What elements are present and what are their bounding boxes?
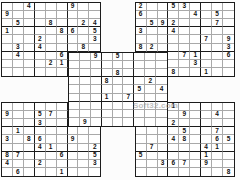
cell-r1c18[interactable]: [190, 3, 201, 11]
cell-r14c19[interactable]: [201, 111, 212, 119]
cell-r5c17[interactable]: [179, 35, 190, 43]
cell-r14c13[interactable]: [134, 110, 145, 118]
cell-r3c8[interactable]: 2: [78, 19, 89, 27]
cell-r13c18[interactable]: [190, 103, 201, 111]
cell-r9c2[interactable]: [13, 68, 24, 76]
cell-r1c2[interactable]: [13, 3, 24, 11]
cell-r2c4[interactable]: [35, 11, 46, 19]
cell-r5c7[interactable]: [68, 35, 79, 43]
cell-r11c10[interactable]: [102, 85, 113, 93]
cell-r14c5[interactable]: 7: [46, 111, 57, 119]
cell-r11c11[interactable]: [113, 85, 124, 93]
cell-r8c7[interactable]: [69, 61, 80, 69]
cell-r17c6[interactable]: [57, 135, 68, 143]
cell-r3c16[interactable]: 2: [168, 19, 179, 27]
cell-r13c6[interactable]: [57, 103, 68, 111]
cell-r20c7[interactable]: [68, 160, 79, 168]
cell-r19c6[interactable]: 6: [57, 152, 68, 160]
cell-r7c21[interactable]: 6: [223, 52, 234, 60]
cell-r17c7[interactable]: 9: [68, 135, 79, 143]
cell-r19c16[interactable]: [168, 152, 179, 160]
cell-r1c6[interactable]: [57, 3, 68, 11]
cell-r19c2[interactable]: 7: [13, 152, 24, 160]
cell-r18c15[interactable]: [158, 144, 169, 152]
cell-r8c6[interactable]: 1: [57, 60, 68, 68]
cell-r19c13[interactable]: 5: [136, 152, 147, 160]
cell-r1c9[interactable]: [89, 3, 100, 11]
cell-r9c3[interactable]: [24, 68, 35, 76]
cell-r5c5[interactable]: [46, 35, 57, 43]
cell-r2c2[interactable]: [13, 11, 24, 19]
cell-r12c11[interactable]: [113, 94, 124, 102]
cell-r2c20[interactable]: 5: [212, 11, 223, 19]
cell-r20c5[interactable]: [46, 160, 57, 168]
cell-r15c1[interactable]: [2, 119, 13, 127]
cell-r5c4[interactable]: 2: [35, 35, 46, 43]
cell-r19c15[interactable]: [158, 152, 169, 160]
cell-r13c13[interactable]: [134, 102, 145, 110]
cell-r8c21[interactable]: [223, 60, 234, 68]
cell-r6c3[interactable]: [24, 44, 35, 52]
cell-r15c19[interactable]: [201, 119, 212, 127]
cell-r7c8[interactable]: [80, 53, 91, 61]
cell-r14c14[interactable]: [145, 110, 156, 118]
cell-r5c15[interactable]: [158, 35, 169, 43]
cell-r12c13[interactable]: [134, 94, 145, 102]
cell-r17c16[interactable]: 4: [168, 135, 179, 143]
cell-r8c13[interactable]: [134, 61, 145, 69]
cell-r13c14[interactable]: [145, 102, 156, 110]
cell-r17c2[interactable]: [13, 135, 24, 143]
cell-r2c3[interactable]: [24, 11, 35, 19]
cell-r13c21[interactable]: [223, 103, 234, 111]
cell-r7c9[interactable]: 9: [91, 53, 102, 61]
cell-r5c20[interactable]: [212, 35, 223, 43]
cell-r14c16[interactable]: [168, 111, 179, 119]
cell-r2c21[interactable]: [223, 11, 234, 19]
cell-r13c19[interactable]: [201, 103, 212, 111]
cell-r6c6[interactable]: [57, 44, 68, 52]
cell-r20c1[interactable]: 4: [2, 160, 13, 168]
cell-r14c9[interactable]: [91, 110, 102, 118]
cell-r20c3[interactable]: [24, 160, 35, 168]
cell-r5c21[interactable]: 9: [223, 35, 234, 43]
cell-r14c3[interactable]: [24, 111, 35, 119]
cell-r20c17[interactable]: 7: [179, 160, 190, 168]
cell-r20c9[interactable]: 3: [89, 160, 100, 168]
cell-r18c4[interactable]: 4: [35, 144, 46, 152]
cell-r5c18[interactable]: [190, 35, 201, 43]
cell-r3c18[interactable]: [190, 19, 201, 27]
cell-r19c14[interactable]: [147, 152, 158, 160]
cell-r21c2[interactable]: 6: [13, 168, 24, 176]
cell-r15c5[interactable]: [46, 119, 57, 127]
cell-r19c4[interactable]: [35, 152, 46, 160]
cell-r6c14[interactable]: 2: [147, 44, 158, 52]
cell-r15c2[interactable]: [13, 119, 24, 127]
cell-r18c2[interactable]: [13, 144, 24, 152]
cell-r8c3[interactable]: [24, 60, 35, 68]
cell-r11c9[interactable]: [91, 85, 102, 93]
cell-r21c18[interactable]: [190, 168, 201, 176]
cell-r7c14[interactable]: [145, 53, 156, 61]
cell-r2c6[interactable]: [57, 11, 68, 19]
cell-r13c5[interactable]: [46, 103, 57, 111]
cell-r14c8[interactable]: [80, 110, 91, 118]
cell-r5c8[interactable]: [78, 35, 89, 43]
cell-r9c9[interactable]: [91, 69, 102, 77]
cell-r17c21[interactable]: 5: [223, 135, 234, 143]
cell-r20c13[interactable]: [136, 160, 147, 168]
cell-r4c1[interactable]: 1: [2, 27, 13, 35]
cell-r21c1[interactable]: [2, 168, 13, 176]
cell-r10c9[interactable]: [91, 77, 102, 85]
cell-r14c12[interactable]: [123, 110, 134, 118]
cell-r7c10[interactable]: [102, 53, 113, 61]
cell-r16c3[interactable]: [24, 127, 35, 135]
cell-r13c11[interactable]: [113, 102, 124, 110]
cell-r1c17[interactable]: 3: [179, 3, 190, 11]
cell-r8c11[interactable]: [113, 61, 124, 69]
cell-r3c17[interactable]: [179, 19, 190, 27]
cell-r21c8[interactable]: [78, 168, 89, 176]
cell-r19c18[interactable]: [190, 152, 201, 160]
cell-r5c1[interactable]: [2, 35, 13, 43]
cell-r17c20[interactable]: 6: [212, 135, 223, 143]
cell-r7c19[interactable]: [201, 52, 212, 60]
cell-r5c13[interactable]: [136, 35, 147, 43]
cell-r4c18[interactable]: [190, 27, 201, 35]
cell-r18c18[interactable]: [190, 144, 201, 152]
cell-r9c4[interactable]: [35, 68, 46, 76]
cell-r7c3[interactable]: [24, 52, 35, 60]
cell-r6c18[interactable]: [190, 44, 201, 52]
cell-r4c2[interactable]: [13, 27, 24, 35]
cell-r5c6[interactable]: [57, 35, 68, 43]
cell-r3c7[interactable]: [68, 19, 79, 27]
cell-r2c9[interactable]: [89, 11, 100, 19]
cell-r14c4[interactable]: 5: [35, 111, 46, 119]
cell-r15c16[interactable]: 2: [168, 119, 179, 127]
cell-r15c13[interactable]: [134, 118, 145, 126]
cell-r18c16[interactable]: [168, 144, 179, 152]
cell-r4c8[interactable]: [78, 27, 89, 35]
cell-r21c7[interactable]: [68, 168, 79, 176]
cell-r8c16[interactable]: [168, 60, 179, 68]
cell-r21c15[interactable]: [158, 168, 169, 176]
cell-r19c8[interactable]: [78, 152, 89, 160]
cell-r7c16[interactable]: [168, 52, 179, 60]
cell-r17c3[interactable]: 8: [24, 135, 35, 143]
cell-r5c9[interactable]: 3: [89, 35, 100, 43]
cell-r4c17[interactable]: [179, 27, 190, 35]
cell-r12c12[interactable]: 7: [123, 94, 134, 102]
cell-r3c13[interactable]: [136, 19, 147, 27]
cell-r11c15[interactable]: 4: [156, 85, 167, 93]
cell-r2c18[interactable]: 4: [190, 11, 201, 19]
cell-r7c11[interactable]: 5: [113, 53, 124, 61]
cell-r3c15[interactable]: 9: [158, 19, 169, 27]
cell-r18c7[interactable]: [68, 144, 79, 152]
cell-r2c13[interactable]: 6: [136, 11, 147, 19]
cell-r16c2[interactable]: 1: [13, 127, 24, 135]
cell-r6c21[interactable]: 3: [223, 44, 234, 52]
cell-r2c8[interactable]: [78, 11, 89, 19]
cell-r8c5[interactable]: 2: [46, 60, 57, 68]
cell-r20c16[interactable]: 6: [168, 160, 179, 168]
cell-r14c15[interactable]: [156, 110, 167, 118]
cell-r18c13[interactable]: [136, 144, 147, 152]
cell-r14c17[interactable]: 9: [179, 111, 190, 119]
cell-r4c13[interactable]: 3: [136, 27, 147, 35]
cell-r13c3[interactable]: [24, 103, 35, 111]
cell-r15c10[interactable]: [102, 118, 113, 126]
cell-r15c12[interactable]: [123, 118, 134, 126]
cell-r5c19[interactable]: 7: [201, 35, 212, 43]
cell-r12c7[interactable]: [69, 94, 80, 102]
cell-r19c20[interactable]: [212, 152, 223, 160]
cell-r9c18[interactable]: [190, 68, 201, 76]
cell-r13c4[interactable]: [35, 103, 46, 111]
cell-r21c5[interactable]: [46, 168, 57, 176]
cell-r15c9[interactable]: [91, 118, 102, 126]
cell-r20c15[interactable]: 3: [158, 160, 169, 168]
cell-r9c19[interactable]: 1: [201, 68, 212, 76]
cell-r19c17[interactable]: [179, 152, 190, 160]
cell-r20c21[interactable]: [223, 160, 234, 168]
cell-r3c4[interactable]: [35, 19, 46, 27]
cell-r9c13[interactable]: [134, 69, 145, 77]
cell-r7c15[interactable]: [156, 53, 167, 61]
cell-r21c17[interactable]: [179, 168, 190, 176]
cell-r16c14[interactable]: [147, 127, 158, 135]
cell-r15c14[interactable]: [145, 118, 156, 126]
cell-r4c5[interactable]: [46, 27, 57, 35]
cell-r15c20[interactable]: [212, 119, 223, 127]
cell-r16c9[interactable]: [89, 127, 100, 135]
cell-r9c17[interactable]: [179, 68, 190, 76]
cell-r3c9[interactable]: 4: [89, 19, 100, 27]
cell-r8c18[interactable]: 3: [190, 60, 201, 68]
cell-r4c9[interactable]: 5: [89, 27, 100, 35]
cell-r5c3[interactable]: [24, 35, 35, 43]
cell-r20c14[interactable]: [147, 160, 158, 168]
cell-r4c6[interactable]: 8: [57, 27, 68, 35]
cell-r10c13[interactable]: [134, 77, 145, 85]
cell-r7c1[interactable]: [2, 52, 13, 60]
cell-r15c21[interactable]: [223, 119, 234, 127]
cell-r21c3[interactable]: [24, 168, 35, 176]
cell-r11c13[interactable]: 5: [134, 85, 145, 93]
cell-r7c5[interactable]: [46, 52, 57, 60]
cell-r3c3[interactable]: [24, 19, 35, 27]
cell-r13c1[interactable]: [2, 103, 13, 111]
cell-r21c16[interactable]: [168, 168, 179, 176]
cell-r16c4[interactable]: [35, 127, 46, 135]
cell-r7c7[interactable]: [69, 53, 80, 61]
cell-r19c7[interactable]: [68, 152, 79, 160]
cell-r20c6[interactable]: [57, 160, 68, 168]
cell-r10c7[interactable]: [69, 77, 80, 85]
cell-r2c15[interactable]: [158, 11, 169, 19]
cell-r2c5[interactable]: [46, 11, 57, 19]
cell-r4c20[interactable]: [212, 27, 223, 35]
cell-r3c21[interactable]: [223, 19, 234, 27]
cell-r15c8[interactable]: 9: [80, 118, 91, 126]
cell-r17c5[interactable]: [46, 135, 57, 143]
cell-r6c8[interactable]: 8: [78, 44, 89, 52]
cell-r11c7[interactable]: [69, 85, 80, 93]
cell-r16c15[interactable]: [158, 127, 169, 135]
cell-r20c2[interactable]: [13, 160, 24, 168]
cell-r16c7[interactable]: [68, 127, 79, 135]
cell-r11c12[interactable]: [123, 85, 134, 93]
cell-r21c13[interactable]: [136, 168, 147, 176]
cell-r4c21[interactable]: [223, 27, 234, 35]
cell-r8c17[interactable]: [179, 60, 190, 68]
cell-r3c1[interactable]: [2, 19, 13, 27]
cell-r14c10[interactable]: [102, 110, 113, 118]
cell-r10c8[interactable]: [80, 77, 91, 85]
cell-r18c1[interactable]: [2, 144, 13, 152]
cell-r17c13[interactable]: [136, 135, 147, 143]
cell-r17c19[interactable]: [201, 135, 212, 143]
cell-r13c20[interactable]: [212, 103, 223, 111]
cell-r9c8[interactable]: [80, 69, 91, 77]
cell-r4c3[interactable]: [24, 27, 35, 35]
cell-r14c21[interactable]: [223, 111, 234, 119]
cell-r9c5[interactable]: [46, 68, 57, 76]
cell-r14c20[interactable]: 4: [212, 111, 223, 119]
cell-r9c12[interactable]: [123, 69, 134, 77]
cell-r3c20[interactable]: 7: [212, 19, 223, 27]
cell-r16c20[interactable]: 7: [212, 127, 223, 135]
cell-r8c1[interactable]: [2, 60, 13, 68]
cell-r15c15[interactable]: [156, 118, 167, 126]
cell-r19c5[interactable]: [46, 152, 57, 160]
cell-r13c12[interactable]: [123, 102, 134, 110]
cell-r4c4[interactable]: [35, 27, 46, 35]
cell-r8c2[interactable]: [13, 60, 24, 68]
cell-r18c3[interactable]: [24, 144, 35, 152]
cell-r9c20[interactable]: [212, 68, 223, 76]
cell-r1c14[interactable]: [147, 3, 158, 11]
cell-r7c2[interactable]: 4: [13, 52, 24, 60]
cell-r15c7[interactable]: [69, 118, 80, 126]
cell-r16c17[interactable]: 5: [179, 127, 190, 135]
cell-r6c15[interactable]: [158, 44, 169, 52]
cell-r16c21[interactable]: [223, 127, 234, 135]
cell-r13c15[interactable]: [156, 102, 167, 110]
cell-r17c14[interactable]: [147, 135, 158, 143]
cell-r20c18[interactable]: [190, 160, 201, 168]
cell-r14c1[interactable]: 9: [2, 111, 13, 119]
cell-r9c7[interactable]: [69, 69, 80, 77]
cell-r13c2[interactable]: [13, 103, 24, 111]
cell-r18c5[interactable]: 1: [46, 144, 57, 152]
cell-r4c7[interactable]: 6: [68, 27, 79, 35]
cell-r4c14[interactable]: [147, 27, 158, 35]
cell-r2c7[interactable]: [68, 11, 79, 19]
cell-r1c7[interactable]: 9: [68, 3, 79, 11]
cell-r20c20[interactable]: [212, 160, 223, 168]
cell-r17c9[interactable]: [89, 135, 100, 143]
cell-r1c20[interactable]: [212, 3, 223, 11]
cell-r21c6[interactable]: 1: [57, 168, 68, 176]
cell-r14c18[interactable]: [190, 111, 201, 119]
cell-r17c8[interactable]: [78, 135, 89, 143]
cell-r3c19[interactable]: [201, 19, 212, 27]
cell-r6c4[interactable]: 4: [35, 44, 46, 52]
cell-r16c16[interactable]: [168, 127, 179, 135]
cell-r5c14[interactable]: [147, 35, 158, 43]
cell-r6c7[interactable]: [68, 44, 79, 52]
cell-r8c12[interactable]: [123, 61, 134, 69]
cell-r12c15[interactable]: [156, 94, 167, 102]
cell-r8c4[interactable]: [35, 60, 46, 68]
cell-r9c16[interactable]: 8: [168, 68, 179, 76]
cell-r12c8[interactable]: [80, 94, 91, 102]
cell-r2c19[interactable]: [201, 11, 212, 19]
cell-r2c1[interactable]: 9: [2, 11, 13, 19]
cell-r9c10[interactable]: [102, 69, 113, 77]
cell-r20c19[interactable]: 9: [201, 160, 212, 168]
cell-r9c15[interactable]: [156, 69, 167, 77]
cell-r18c8[interactable]: [78, 144, 89, 152]
cell-r18c19[interactable]: 4: [201, 144, 212, 152]
cell-r14c6[interactable]: [57, 111, 68, 119]
cell-r1c19[interactable]: [201, 3, 212, 11]
cell-r3c14[interactable]: 5: [147, 19, 158, 27]
cell-r15c11[interactable]: [113, 118, 124, 126]
cell-r18c20[interactable]: 1: [212, 144, 223, 152]
cell-r1c1[interactable]: [2, 3, 13, 11]
cell-r10c15[interactable]: [156, 77, 167, 85]
cell-r13c17[interactable]: [179, 103, 190, 111]
cell-r6c20[interactable]: [212, 44, 223, 52]
cell-r18c21[interactable]: [223, 144, 234, 152]
cell-r12c10[interactable]: 1: [102, 94, 113, 102]
cell-r6c17[interactable]: [179, 44, 190, 52]
cell-r9c21[interactable]: [223, 68, 234, 76]
cell-r7c4[interactable]: [35, 52, 46, 60]
cell-r6c2[interactable]: 3: [13, 44, 24, 52]
cell-r2c14[interactable]: [147, 11, 158, 19]
cell-r18c6[interactable]: [57, 144, 68, 152]
cell-r1c15[interactable]: [158, 3, 169, 11]
cell-r16c8[interactable]: [78, 127, 89, 135]
cell-r18c14[interactable]: 7: [147, 144, 158, 152]
cell-r17c1[interactable]: 3: [2, 135, 13, 143]
cell-r19c3[interactable]: [24, 152, 35, 160]
cell-r6c5[interactable]: [46, 44, 57, 52]
cell-r17c17[interactable]: 8: [179, 135, 190, 143]
cell-r13c8[interactable]: [80, 102, 91, 110]
cell-r7c17[interactable]: 7: [179, 52, 190, 60]
cell-r11c8[interactable]: [80, 85, 91, 93]
cell-r1c4[interactable]: [35, 3, 46, 11]
cell-r10c11[interactable]: [113, 77, 124, 85]
cell-r10c10[interactable]: 8: [102, 77, 113, 85]
cell-r14c7[interactable]: [69, 110, 80, 118]
cell-r9c1[interactable]: [2, 68, 13, 76]
cell-r6c1[interactable]: [2, 44, 13, 52]
cell-r20c4[interactable]: 2: [35, 160, 46, 168]
cell-r7c18[interactable]: 1: [190, 52, 201, 60]
cell-r16c5[interactable]: [46, 127, 57, 135]
cell-r9c6[interactable]: [57, 68, 68, 76]
cell-r1c8[interactable]: [78, 3, 89, 11]
